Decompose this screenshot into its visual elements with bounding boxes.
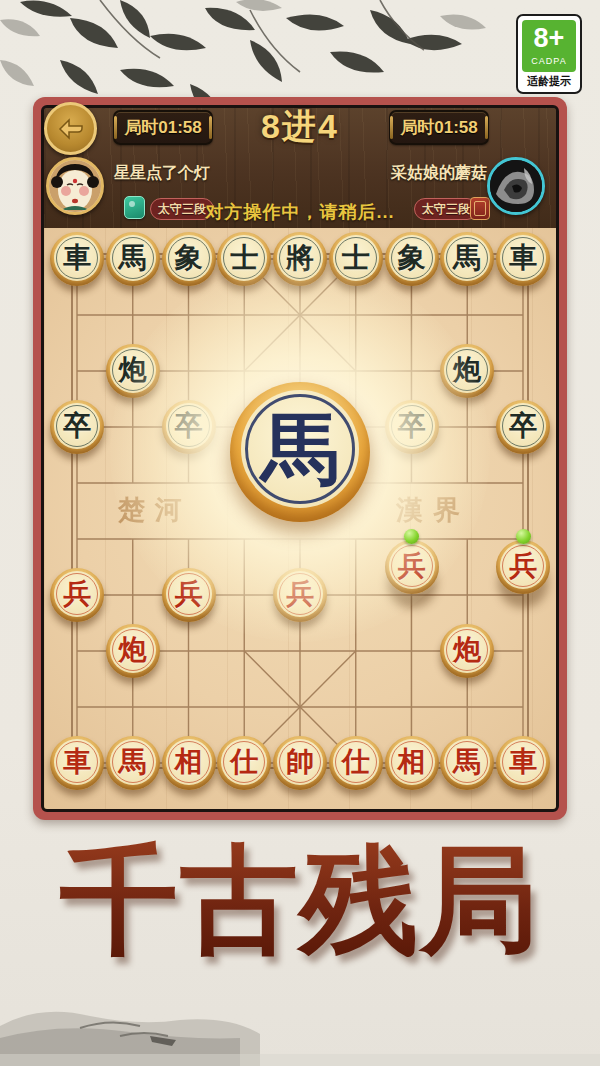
piece-black-卒[interactable]: 卒 [162, 400, 216, 454]
piece-red-兵[interactable]: 兵 [496, 540, 550, 594]
promo-title: 千古残局 [0, 822, 600, 982]
highlighted-horse-char: 馬 [261, 410, 339, 488]
river-label-right: 漢界 [396, 492, 470, 528]
piece-black-卒[interactable]: 卒 [50, 400, 104, 454]
right-player-avatar[interactable] [487, 157, 545, 215]
piece-black-象[interactable]: 象 [385, 232, 439, 286]
ink-landscape-art [0, 976, 600, 1066]
piece-red-車[interactable]: 車 [50, 736, 104, 790]
right-timer-value: 01:58 [434, 118, 477, 137]
piece-black-車[interactable]: 車 [50, 232, 104, 286]
right-player-name: 采姑娘的蘑菇 [320, 163, 487, 184]
river-label-left: 楚河 [118, 492, 192, 528]
piece-red-相[interactable]: 相 [162, 736, 216, 790]
piece-red-帥[interactable]: 帥 [273, 736, 327, 790]
age-rating-org: CADPA [522, 56, 576, 66]
piece-red-仕[interactable]: 仕 [217, 736, 271, 790]
piece-red-仕[interactable]: 仕 [329, 736, 383, 790]
piece-black-將[interactable]: 將 [273, 232, 327, 286]
piece-black-馬[interactable]: 馬 [440, 232, 494, 286]
piece-red-兵[interactable]: 兵 [50, 568, 104, 622]
piece-red-車[interactable]: 車 [496, 736, 550, 790]
piece-black-卒[interactable]: 卒 [496, 400, 550, 454]
highlighted-horse-piece: 馬 [230, 382, 370, 522]
left-player-name: 星星点了个灯 [114, 163, 210, 184]
piece-red-炮[interactable]: 炮 [106, 624, 160, 678]
piece-black-象[interactable]: 象 [162, 232, 216, 286]
round-title: 8进4 [0, 104, 600, 150]
piece-black-炮[interactable]: 炮 [440, 344, 494, 398]
piece-red-相[interactable]: 相 [385, 736, 439, 790]
piece-red-炮[interactable]: 炮 [440, 624, 494, 678]
seal-icon [470, 197, 490, 220]
piece-red-兵[interactable]: 兵 [273, 568, 327, 622]
move-indicator-dot [516, 529, 531, 544]
age-rating-label: 适龄提示 [518, 74, 580, 89]
piece-black-炮[interactable]: 炮 [106, 344, 160, 398]
right-timer-plaque: 局时01:58 [389, 110, 489, 145]
piece-black-車[interactable]: 車 [496, 232, 550, 286]
move-indicator-dot [404, 529, 419, 544]
piece-red-馬[interactable]: 馬 [106, 736, 160, 790]
piece-black-馬[interactable]: 馬 [106, 232, 160, 286]
piece-red-兵[interactable]: 兵 [162, 568, 216, 622]
age-rating-value: 8+ [522, 20, 576, 56]
right-timer-label: 局时 [400, 118, 434, 137]
piece-black-士[interactable]: 士 [329, 232, 383, 286]
piece-red-兵[interactable]: 兵 [385, 540, 439, 594]
piece-black-士[interactable]: 士 [217, 232, 271, 286]
age-rating-badge: 8+ CADPA 适龄提示 [516, 14, 582, 94]
grayscale-avatar-illustration [490, 160, 542, 212]
piece-black-卒[interactable]: 卒 [385, 400, 439, 454]
screenshot-root: 8+ CADPA 适龄提示 [0, 0, 600, 1066]
right-player-rank-badge: 太守三段 [414, 198, 478, 220]
piece-red-馬[interactable]: 馬 [440, 736, 494, 790]
age-rating-green-box: 8+ CADPA [522, 20, 576, 72]
